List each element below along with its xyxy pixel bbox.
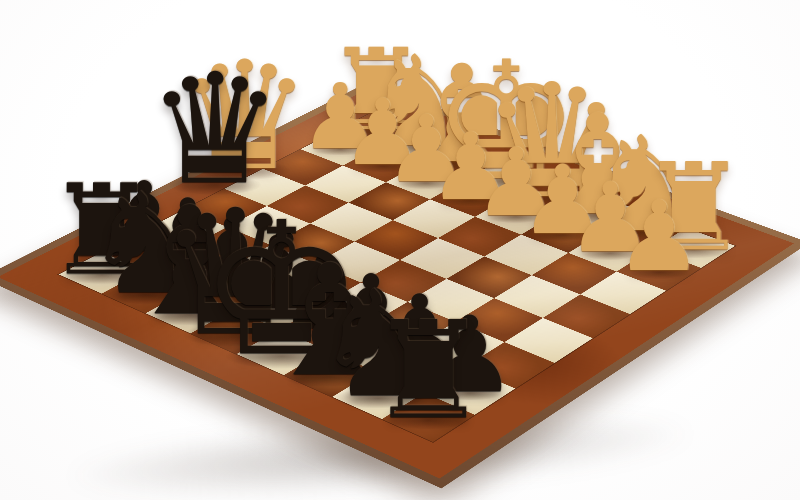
chess-set-photo: ♜♞♝♛♚♝♞♜♟♟♟♟♟♟♟♟♟♟♟♟♟♟♟♟♜♞♝♚♛♝♞♜♛♛ — [0, 0, 800, 500]
